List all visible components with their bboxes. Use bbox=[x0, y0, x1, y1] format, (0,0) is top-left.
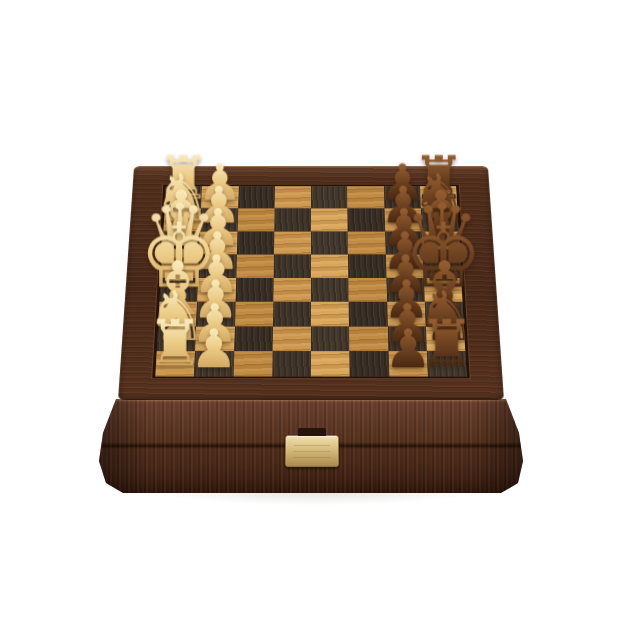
square: ♛ bbox=[423, 254, 462, 278]
square bbox=[348, 231, 386, 254]
white-pawn: ♟ bbox=[193, 249, 240, 301]
square bbox=[349, 278, 387, 302]
square: ♝ bbox=[425, 302, 464, 326]
square bbox=[237, 231, 275, 254]
brass-clasp bbox=[285, 435, 339, 467]
product-photo: EF A KIPE ♜♟♟♜♞♟♟♞♝♟♟♝♛♟♟♛♚♟♟♚♝♟♟♝♞♟♟♞♜♟… bbox=[0, 0, 625, 625]
white-knight: ♞ bbox=[145, 282, 207, 351]
white-pawn: ♟ bbox=[196, 180, 242, 231]
square: ♞ bbox=[163, 209, 201, 232]
square bbox=[311, 231, 348, 254]
chess-board: EF A KIPE ♜♟♟♜♞♟♟♞♝♟♟♝♛♟♟♛♚♟♟♚♝♟♟♝♞♟♟♞♜♟… bbox=[155, 186, 466, 376]
square bbox=[348, 209, 385, 232]
square bbox=[311, 302, 349, 326]
black-pawn: ♟ bbox=[383, 273, 430, 326]
white-knight: ♞ bbox=[152, 165, 211, 231]
square: ♛ bbox=[161, 254, 200, 278]
black-bishop: ♝ bbox=[412, 252, 478, 326]
square: ♟ bbox=[386, 278, 425, 302]
square bbox=[272, 351, 311, 376]
square bbox=[311, 278, 349, 302]
black-bishop: ♝ bbox=[409, 182, 474, 254]
square: ♟ bbox=[385, 231, 423, 254]
black-knight: ♞ bbox=[411, 165, 470, 231]
watermark-line1: EF A bbox=[209, 243, 414, 275]
square bbox=[311, 326, 350, 351]
black-rook: ♜ bbox=[412, 148, 465, 208]
square: ♝ bbox=[158, 302, 197, 326]
watermark: EF A KIPE bbox=[155, 186, 466, 376]
square: ♝ bbox=[422, 231, 460, 254]
square bbox=[348, 254, 386, 278]
square: ♞ bbox=[426, 326, 466, 351]
clasp-engraving bbox=[294, 445, 330, 459]
white-pawn: ♟ bbox=[197, 158, 242, 208]
square: ♟ bbox=[385, 254, 423, 278]
square bbox=[274, 209, 311, 232]
black-pawn: ♟ bbox=[380, 158, 425, 208]
square: ♟ bbox=[388, 351, 428, 376]
square: ♟ bbox=[201, 186, 238, 208]
white-pawn: ♟ bbox=[191, 297, 239, 350]
square bbox=[350, 351, 389, 376]
white-bishop: ♝ bbox=[144, 252, 210, 326]
white-pawn: ♟ bbox=[192, 273, 239, 326]
square: ♟ bbox=[199, 231, 237, 254]
square bbox=[349, 302, 388, 326]
storage-box-front bbox=[99, 399, 523, 493]
square bbox=[238, 186, 275, 208]
white-pawn: ♟ bbox=[190, 322, 238, 376]
square: ♟ bbox=[194, 351, 234, 376]
square bbox=[311, 186, 348, 208]
square: ♟ bbox=[384, 186, 421, 208]
square bbox=[272, 326, 311, 351]
square bbox=[347, 186, 384, 208]
square bbox=[311, 254, 349, 278]
white-king: ♚ bbox=[139, 213, 219, 302]
white-pawn: ♟ bbox=[195, 203, 241, 254]
box-top-rim: EF A KIPE ♜♟♟♜♞♟♟♞♝♟♟♝♛♟♟♛♚♟♟♚♝♟♟♝♞♟♟♞♜♟… bbox=[118, 166, 504, 400]
square bbox=[235, 302, 274, 326]
square bbox=[234, 326, 273, 351]
white-rook: ♜ bbox=[156, 148, 209, 208]
watermark-line2: KIPE bbox=[205, 281, 416, 314]
board-assembly: EF A KIPE ♜♟♟♜♞♟♟♞♝♟♟♝♛♟♟♛♚♟♟♚♝♟♟♝♞♟♟♞♜♟… bbox=[118, 14, 504, 400]
square: ♞ bbox=[421, 209, 459, 232]
square bbox=[274, 186, 311, 208]
square: ♜ bbox=[165, 186, 203, 208]
square: ♟ bbox=[195, 326, 234, 351]
board-sheen bbox=[155, 186, 466, 376]
square: ♟ bbox=[196, 302, 235, 326]
square bbox=[235, 278, 273, 302]
black-pawn: ♟ bbox=[381, 203, 427, 254]
square: ♚ bbox=[159, 278, 198, 302]
square bbox=[273, 254, 311, 278]
white-queen: ♛ bbox=[142, 193, 217, 277]
white-bishop: ♝ bbox=[148, 182, 213, 254]
black-pawn: ♟ bbox=[380, 180, 426, 231]
square: ♞ bbox=[157, 326, 197, 351]
white-pawn: ♟ bbox=[194, 226, 240, 278]
square: ♟ bbox=[387, 302, 426, 326]
square: ♜ bbox=[420, 186, 458, 208]
square: ♟ bbox=[200, 209, 238, 232]
square bbox=[237, 209, 274, 232]
square: ♟ bbox=[197, 278, 236, 302]
square bbox=[311, 209, 348, 232]
square: ♝ bbox=[162, 231, 200, 254]
square: ♚ bbox=[424, 278, 463, 302]
white-rook: ♜ bbox=[146, 312, 203, 375]
square: ♜ bbox=[427, 351, 467, 376]
square bbox=[311, 351, 350, 376]
square bbox=[273, 302, 311, 326]
square bbox=[349, 326, 388, 351]
black-pawn: ♟ bbox=[384, 322, 432, 376]
square bbox=[233, 351, 272, 376]
square bbox=[236, 254, 274, 278]
square bbox=[273, 278, 311, 302]
square: ♟ bbox=[387, 326, 426, 351]
black-pawn: ♟ bbox=[382, 226, 428, 278]
black-pawn: ♟ bbox=[382, 249, 429, 301]
black-king: ♚ bbox=[404, 213, 484, 302]
black-pawn: ♟ bbox=[384, 297, 432, 350]
black-rook: ♜ bbox=[419, 312, 476, 375]
black-knight: ♞ bbox=[415, 282, 477, 351]
square bbox=[274, 231, 311, 254]
square: ♟ bbox=[384, 209, 422, 232]
square: ♜ bbox=[155, 351, 195, 376]
square: ♟ bbox=[198, 254, 236, 278]
black-queen: ♛ bbox=[405, 193, 480, 277]
